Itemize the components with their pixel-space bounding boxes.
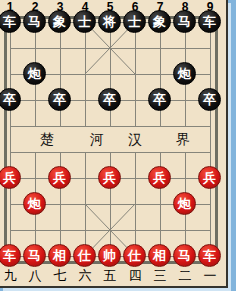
black-soldier[interactable]: 卒 [198,88,221,111]
file-label-bottom: 四 [129,268,142,284]
black-chariot[interactable]: 车 [198,10,221,33]
file-label-bottom: 八 [29,268,42,284]
red-chariot[interactable]: 车 [198,244,221,267]
red-soldier[interactable]: 兵 [198,166,221,189]
black-advisor[interactable]: 士 [73,10,96,33]
black-advisor[interactable]: 士 [123,10,146,33]
red-horse[interactable]: 马 [173,244,196,267]
black-general[interactable]: 将 [98,10,121,33]
file-label-bottom: 五 [104,268,117,284]
black-cannon[interactable]: 炮 [23,62,46,85]
red-cannon[interactable]: 炮 [173,192,196,215]
black-elephant[interactable]: 象 [48,10,71,33]
river-label: 界 [176,131,190,147]
file-label-bottom: 三 [154,268,167,284]
app-background: 123456789 楚河汉界 车马象士将士象马车炮炮卒卒卒卒卒兵兵兵兵兵炮炮车马… [0,0,236,291]
file-label-bottom: 二 [179,268,192,284]
black-soldier[interactable]: 卒 [148,88,171,111]
red-advisor[interactable]: 仕 [73,244,96,267]
red-soldier[interactable]: 兵 [148,166,171,189]
black-horse[interactable]: 马 [173,10,196,33]
river-label: 汉 [128,131,142,147]
river-label: 楚 [40,131,54,147]
red-elephant[interactable]: 相 [148,244,171,267]
red-soldier[interactable]: 兵 [98,166,121,189]
red-elephant[interactable]: 相 [48,244,71,267]
file-label-bottom: 一 [204,268,217,284]
red-horse[interactable]: 马 [23,244,46,267]
red-cannon[interactable]: 炮 [23,192,46,215]
black-horse[interactable]: 马 [23,10,46,33]
river-label: 河 [90,131,104,147]
red-general[interactable]: 帅 [98,244,121,267]
black-soldier[interactable]: 卒 [48,88,71,111]
red-soldier[interactable]: 兵 [48,166,71,189]
board-panel: 123456789 楚河汉界 车马象士将士象马车炮炮卒卒卒卒卒兵兵兵兵兵炮炮车马… [0,0,228,288]
black-cannon[interactable]: 炮 [173,62,196,85]
file-label-bottom: 六 [79,268,92,284]
red-advisor[interactable]: 仕 [123,244,146,267]
black-soldier[interactable]: 卒 [98,88,121,111]
file-label-bottom: 七 [54,268,67,284]
file-label-bottom: 九 [4,268,17,284]
black-elephant[interactable]: 象 [148,10,171,33]
